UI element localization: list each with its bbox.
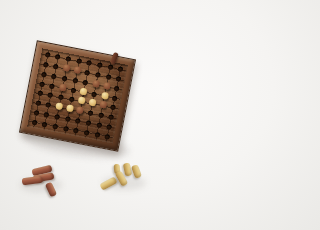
peg-brown[interactable]: [102, 82, 110, 90]
peg-brown[interactable]: [99, 101, 107, 109]
peg-yellow[interactable]: [78, 97, 86, 105]
empty-hole: [116, 76, 122, 82]
empty-hole: [106, 124, 112, 130]
peg-yellow[interactable]: [101, 91, 109, 99]
empty-hole: [97, 63, 103, 69]
empty-hole: [84, 130, 90, 136]
empty-hole: [65, 116, 71, 122]
empty-hole: [37, 91, 43, 97]
empty-hole: [105, 74, 111, 80]
empty-hole: [32, 119, 38, 125]
empty-hole: [95, 72, 101, 78]
peg-brown[interactable]: [63, 64, 71, 72]
peg-yellow[interactable]: [88, 99, 96, 107]
empty-hole: [46, 102, 52, 108]
board-cell-h8[interactable]: [101, 131, 113, 143]
empty-hole: [49, 83, 55, 89]
empty-hole: [96, 122, 102, 128]
game-board: [19, 40, 136, 152]
empty-hole: [91, 91, 97, 97]
empty-hole: [76, 59, 82, 65]
empty-hole: [83, 80, 89, 86]
empty-hole: [62, 76, 68, 82]
empty-hole: [44, 112, 50, 118]
empty-hole: [45, 52, 51, 58]
empty-hole: [107, 65, 113, 71]
empty-hole: [63, 126, 69, 132]
empty-hole: [52, 124, 58, 130]
empty-hole: [84, 70, 90, 76]
empty-hole: [73, 128, 79, 134]
empty-hole: [70, 87, 76, 93]
peg-brown[interactable]: [76, 106, 84, 114]
empty-hole: [86, 120, 92, 126]
peg-brown[interactable]: [92, 80, 100, 88]
empty-hole: [42, 121, 48, 127]
empty-hole: [51, 74, 57, 80]
empty-hole: [87, 110, 93, 116]
empty-hole: [108, 115, 114, 121]
peg-brown[interactable]: [73, 66, 81, 74]
empty-hole: [110, 105, 116, 111]
empty-hole: [39, 81, 45, 87]
empty-hole: [43, 62, 49, 68]
peg-yellow[interactable]: [66, 104, 74, 112]
empty-hole: [53, 64, 59, 70]
empty-hole: [48, 93, 54, 99]
empty-hole: [112, 95, 118, 101]
empty-hole: [41, 72, 47, 78]
empty-hole: [58, 95, 64, 101]
peg-yellow[interactable]: [55, 102, 63, 110]
empty-hole: [72, 78, 78, 84]
empty-hole: [54, 114, 60, 120]
empty-hole: [75, 118, 81, 124]
empty-hole: [98, 112, 104, 118]
empty-hole: [118, 67, 124, 73]
empty-hole: [105, 134, 111, 140]
empty-hole: [55, 55, 61, 61]
spare-peg-yellow[interactable]: [122, 162, 132, 176]
empty-hole: [86, 61, 92, 67]
empty-hole: [114, 86, 120, 92]
empty-hole: [94, 132, 100, 138]
empty-hole: [68, 97, 74, 103]
empty-hole: [33, 110, 39, 116]
empty-hole: [65, 57, 71, 63]
empty-hole: [35, 100, 41, 106]
peg-brown[interactable]: [59, 83, 67, 91]
peg-yellow[interactable]: [80, 87, 88, 95]
